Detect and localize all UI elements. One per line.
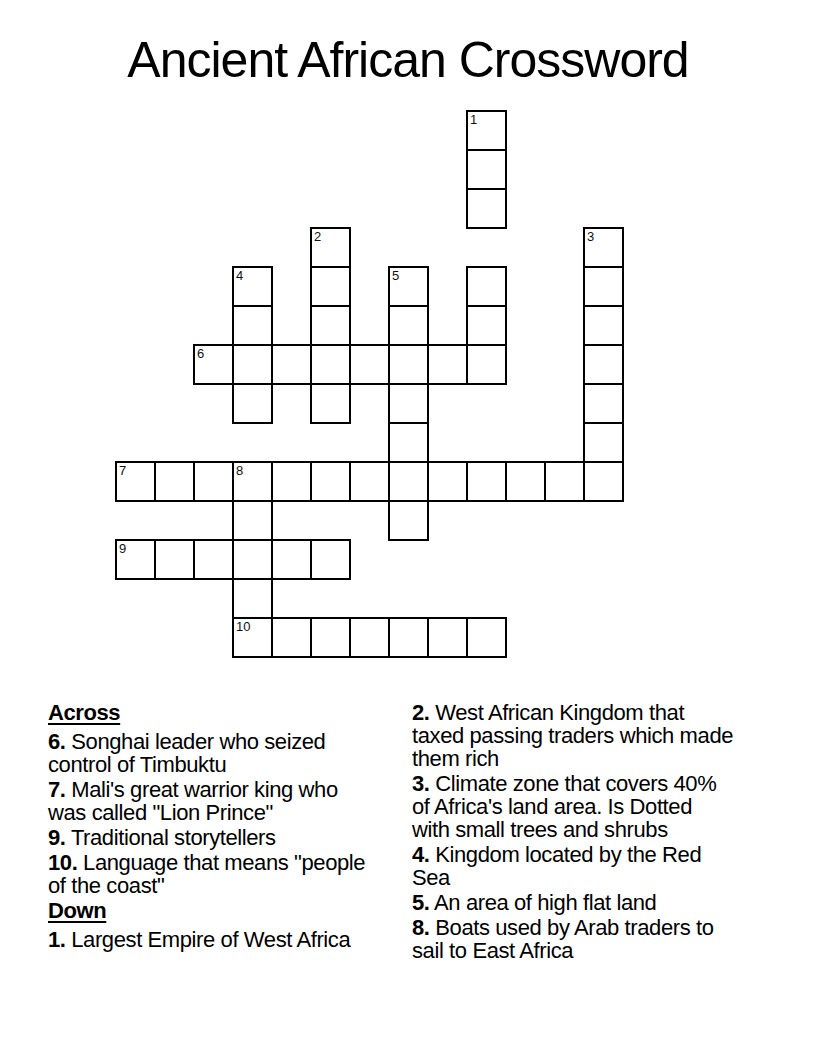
grid-cell[interactable] [271, 344, 312, 385]
clue-item-8: 8. Boats used by Arab traders tosail to … [412, 916, 772, 962]
grid-cell[interactable] [388, 305, 429, 346]
grid-cell[interactable] [232, 383, 273, 424]
clue-number: 9. [48, 825, 66, 850]
clue-text-line: 2. West African Kingdom that [412, 701, 772, 724]
grid-cell[interactable]: 2 [310, 227, 351, 268]
cell-number: 6 [197, 346, 204, 361]
cell-number: 9 [119, 541, 126, 556]
clue-item-7: 7. Mali's great warrior king whowas call… [48, 778, 404, 824]
grid-cell[interactable] [193, 461, 234, 502]
clue-item-10: 10. Language that means "peopleof the co… [48, 851, 404, 897]
cell-number: 3 [587, 229, 594, 244]
grid-cell[interactable] [583, 461, 624, 502]
cell-number: 2 [314, 229, 321, 244]
grid-cell[interactable] [388, 617, 429, 658]
clue-item-4: 4. Kingdom located by the RedSea [412, 843, 772, 889]
grid-cell[interactable] [583, 422, 624, 463]
clue-text-line: was called "Lion Prince" [48, 801, 404, 824]
grid-cell[interactable] [583, 383, 624, 424]
clue-text-line: 10. Language that means "people [48, 851, 404, 874]
grid-cell[interactable] [349, 461, 390, 502]
grid-cell[interactable] [310, 539, 351, 580]
cell-number: 7 [119, 463, 126, 478]
clue-item-1: 1. Largest Empire of West Africa [48, 928, 404, 951]
crossword-page: Ancient African Crossword 12345678910 Ac… [0, 0, 816, 1056]
grid-cell[interactable] [310, 617, 351, 658]
clue-text-line: control of Timbuktu [48, 753, 404, 776]
grid-cell[interactable]: 6 [193, 344, 234, 385]
grid-cell[interactable]: 3 [583, 227, 624, 268]
grid-cell[interactable]: 9 [115, 539, 156, 580]
grid-cell[interactable] [193, 539, 234, 580]
grid-cell[interactable]: 7 [115, 461, 156, 502]
cell-number: 1 [470, 112, 477, 127]
clue-number: 10. [48, 850, 77, 875]
clue-text-line: 7. Mali's great warrior king who [48, 778, 404, 801]
grid-cell[interactable] [271, 461, 312, 502]
grid-cell[interactable] [427, 344, 468, 385]
clue-number: 8. [412, 915, 430, 940]
grid-cell[interactable] [271, 539, 312, 580]
clue-text-line: taxed passing traders which made [412, 724, 772, 747]
grid-cell[interactable] [427, 461, 468, 502]
grid-cell[interactable]: 10 [232, 617, 273, 658]
clues-left-column: Across6. Songhai leader who seizedcontro… [48, 701, 404, 953]
crossword-grid: 12345678910 [115, 110, 624, 658]
clue-item-9: 9. Traditional storytellers [48, 826, 404, 849]
grid-cell[interactable] [310, 383, 351, 424]
clue-number: 2. [412, 700, 430, 725]
grid-cell[interactable] [466, 149, 507, 190]
grid-cell[interactable] [349, 344, 390, 385]
clue-item-6: 6. Songhai leader who seizedcontrol of T… [48, 730, 404, 776]
grid-cell[interactable] [583, 305, 624, 346]
grid-cell[interactable]: 8 [232, 461, 273, 502]
grid-cell[interactable] [232, 578, 273, 619]
cell-number: 10 [236, 619, 250, 634]
clues-right-column: 2. West African Kingdom thattaxed passin… [412, 701, 772, 964]
grid-cell[interactable] [583, 266, 624, 307]
clue-text-line: sail to East Africa [412, 939, 772, 962]
grid-cell[interactable] [466, 305, 507, 346]
clue-text-line: 9. Traditional storytellers [48, 826, 404, 849]
grid-cell[interactable] [232, 305, 273, 346]
grid-cell[interactable] [154, 539, 195, 580]
clue-text-line: of the coast" [48, 874, 404, 897]
clue-item-3: 3. Climate zone that covers 40%of Africa… [412, 772, 772, 841]
grid-cell[interactable] [583, 344, 624, 385]
grid-cell[interactable] [388, 344, 429, 385]
clue-text-line: 1. Largest Empire of West Africa [48, 928, 404, 951]
grid-cell[interactable] [427, 617, 468, 658]
down-heading: Down [48, 899, 404, 922]
grid-cell[interactable] [388, 461, 429, 502]
grid-cell[interactable] [466, 188, 507, 229]
clue-number: 6. [48, 729, 66, 754]
grid-cell[interactable] [310, 266, 351, 307]
clue-text-line: Sea [412, 866, 772, 889]
grid-cell[interactable] [505, 461, 546, 502]
clue-text-line: 3. Climate zone that covers 40% [412, 772, 772, 795]
cell-number: 4 [236, 268, 243, 283]
across-heading: Across [48, 701, 404, 724]
clue-text-line: of Africa's land area. Is Dotted [412, 795, 772, 818]
clue-number: 5. [412, 890, 430, 915]
grid-cell[interactable] [544, 461, 585, 502]
grid-cell[interactable] [310, 461, 351, 502]
clue-text-line: them rich [412, 747, 772, 770]
cell-number: 8 [236, 463, 243, 478]
grid-cell[interactable] [349, 617, 390, 658]
grid-cell[interactable] [310, 344, 351, 385]
clue-number: 7. [48, 777, 66, 802]
cell-number: 5 [392, 268, 399, 283]
grid-cell[interactable] [310, 305, 351, 346]
grid-cell[interactable] [388, 422, 429, 463]
grid-cell[interactable] [271, 617, 312, 658]
clue-text-line: with small trees and shrubs [412, 818, 772, 841]
clue-text-line: 5. An area of high flat land [412, 891, 772, 914]
grid-cell[interactable] [232, 344, 273, 385]
grid-cell[interactable] [466, 461, 507, 502]
grid-cell[interactable] [232, 539, 273, 580]
clue-text-line: 6. Songhai leader who seized [48, 730, 404, 753]
clue-text-line: 8. Boats used by Arab traders to [412, 916, 772, 939]
grid-cell[interactable]: 4 [232, 266, 273, 307]
grid-cell[interactable] [388, 383, 429, 424]
grid-cell[interactable] [466, 266, 507, 307]
clue-number: 1. [48, 927, 66, 952]
grid-cell[interactable] [232, 500, 273, 541]
clue-text-line: 4. Kingdom located by the Red [412, 843, 772, 866]
clue-item-2: 2. West African Kingdom thattaxed passin… [412, 701, 772, 770]
page-title: Ancient African Crossword [0, 37, 816, 83]
grid-cell[interactable]: 1 [466, 110, 507, 151]
grid-cell[interactable] [388, 500, 429, 541]
grid-cell[interactable] [466, 344, 507, 385]
clue-number: 3. [412, 771, 430, 796]
clue-item-5: 5. An area of high flat land [412, 891, 772, 914]
grid-cell[interactable] [154, 461, 195, 502]
clue-number: 4. [412, 842, 430, 867]
grid-cell[interactable]: 5 [388, 266, 429, 307]
grid-cell[interactable] [466, 617, 507, 658]
